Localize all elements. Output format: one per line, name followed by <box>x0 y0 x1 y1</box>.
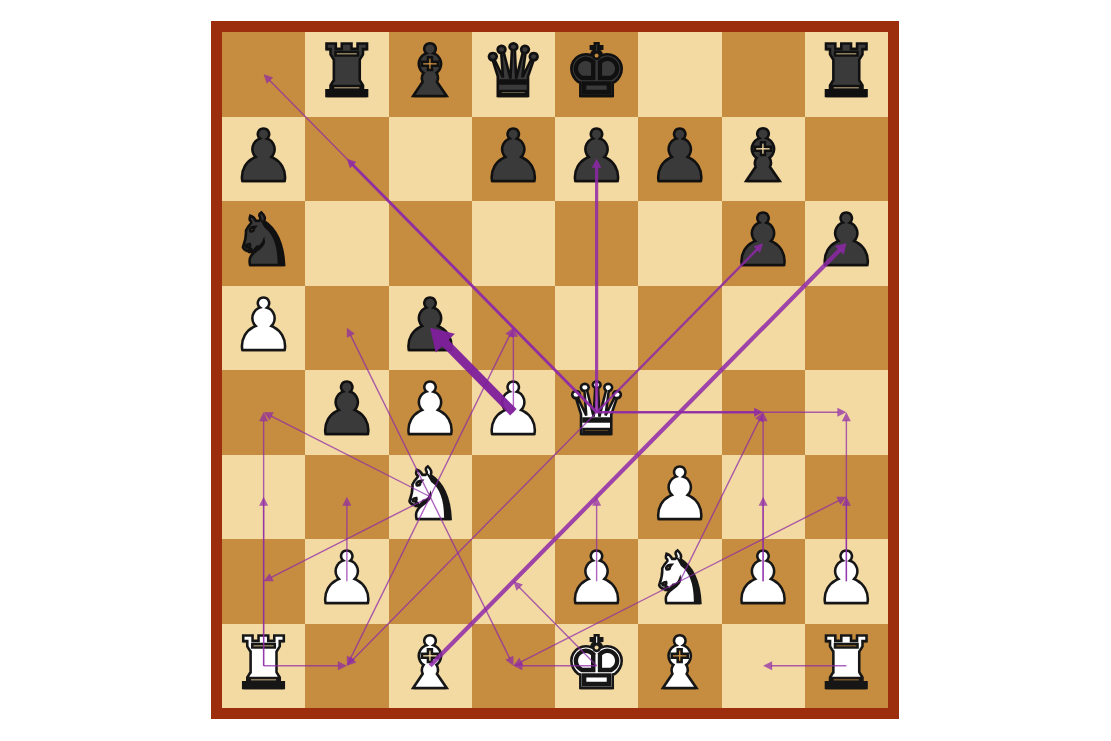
square-b6[interactable] <box>305 201 388 286</box>
square-b2[interactable]: ♟ <box>305 539 388 624</box>
white-pawn[interactable]: ♟ <box>564 542 629 614</box>
square-d8[interactable]: ♛ <box>472 32 555 117</box>
square-f6[interactable] <box>638 201 721 286</box>
square-g5[interactable] <box>722 286 805 371</box>
white-queen[interactable]: ♛ <box>564 373 629 445</box>
square-g8[interactable] <box>722 32 805 117</box>
square-g7[interactable]: ♝ <box>722 117 805 202</box>
square-e6[interactable] <box>555 201 638 286</box>
square-h4[interactable] <box>805 370 888 455</box>
square-c6[interactable] <box>389 201 472 286</box>
black-knight[interactable]: ♞ <box>231 204 296 276</box>
white-king[interactable]: ♚ <box>564 627 629 699</box>
square-a5[interactable]: ♟ <box>222 286 305 371</box>
white-bishop[interactable]: ♝ <box>648 627 713 699</box>
square-g4[interactable] <box>722 370 805 455</box>
square-d6[interactable] <box>472 201 555 286</box>
black-pawn[interactable]: ♟ <box>315 373 380 445</box>
square-e2[interactable]: ♟ <box>555 539 638 624</box>
square-e3[interactable] <box>555 455 638 540</box>
black-pawn[interactable]: ♟ <box>398 289 463 361</box>
black-pawn[interactable]: ♟ <box>648 120 713 192</box>
black-bishop[interactable]: ♝ <box>398 35 463 107</box>
white-pawn[interactable]: ♟ <box>648 458 713 530</box>
white-bishop[interactable]: ♝ <box>398 627 463 699</box>
square-f5[interactable] <box>638 286 721 371</box>
white-pawn[interactable]: ♟ <box>398 373 463 445</box>
square-c5[interactable]: ♟ <box>389 286 472 371</box>
white-rook[interactable]: ♜ <box>814 627 879 699</box>
square-d2[interactable] <box>472 539 555 624</box>
square-a6[interactable]: ♞ <box>222 201 305 286</box>
black-pawn[interactable]: ♟ <box>564 120 629 192</box>
black-bishop[interactable]: ♝ <box>731 120 796 192</box>
black-king[interactable]: ♚ <box>564 35 629 107</box>
square-c1[interactable]: ♝ <box>389 624 472 709</box>
square-a8[interactable] <box>222 32 305 117</box>
white-pawn[interactable]: ♟ <box>231 289 296 361</box>
board-frame: ♜♝♛♚♜♟♟♟♟♝♞♟♟♟♟♟♟♟♛♞♟♟♟♞♟♟♜♝♚♝♜ <box>211 21 899 719</box>
square-h3[interactable] <box>805 455 888 540</box>
white-pawn[interactable]: ♟ <box>481 373 546 445</box>
square-b8[interactable]: ♜ <box>305 32 388 117</box>
square-c8[interactable]: ♝ <box>389 32 472 117</box>
square-h2[interactable]: ♟ <box>805 539 888 624</box>
black-pawn[interactable]: ♟ <box>814 204 879 276</box>
square-c7[interactable] <box>389 117 472 202</box>
square-d7[interactable]: ♟ <box>472 117 555 202</box>
white-pawn[interactable]: ♟ <box>315 542 380 614</box>
square-g1[interactable] <box>722 624 805 709</box>
square-f1[interactable]: ♝ <box>638 624 721 709</box>
black-pawn[interactable]: ♟ <box>731 204 796 276</box>
square-b3[interactable] <box>305 455 388 540</box>
square-g2[interactable]: ♟ <box>722 539 805 624</box>
square-e8[interactable]: ♚ <box>555 32 638 117</box>
white-pawn[interactable]: ♟ <box>731 542 796 614</box>
square-d3[interactable] <box>472 455 555 540</box>
square-f7[interactable]: ♟ <box>638 117 721 202</box>
square-c4[interactable]: ♟ <box>389 370 472 455</box>
square-a7[interactable]: ♟ <box>222 117 305 202</box>
square-g3[interactable] <box>722 455 805 540</box>
square-d5[interactable] <box>472 286 555 371</box>
square-h8[interactable]: ♜ <box>805 32 888 117</box>
square-f3[interactable]: ♟ <box>638 455 721 540</box>
square-c2[interactable] <box>389 539 472 624</box>
square-c3[interactable]: ♞ <box>389 455 472 540</box>
square-e4[interactable]: ♛ <box>555 370 638 455</box>
square-f4[interactable] <box>638 370 721 455</box>
white-rook[interactable]: ♜ <box>231 627 296 699</box>
square-h1[interactable]: ♜ <box>805 624 888 709</box>
square-d1[interactable] <box>472 624 555 709</box>
square-e5[interactable] <box>555 286 638 371</box>
square-a1[interactable]: ♜ <box>222 624 305 709</box>
square-h5[interactable] <box>805 286 888 371</box>
white-pawn[interactable]: ♟ <box>814 542 879 614</box>
square-a2[interactable] <box>222 539 305 624</box>
black-rook[interactable]: ♜ <box>814 35 879 107</box>
chess-board: ♜♝♛♚♜♟♟♟♟♝♞♟♟♟♟♟♟♟♛♞♟♟♟♞♟♟♜♝♚♝♜ <box>222 32 888 708</box>
white-knight[interactable]: ♞ <box>398 458 463 530</box>
square-d4[interactable]: ♟ <box>472 370 555 455</box>
white-knight[interactable]: ♞ <box>648 542 713 614</box>
square-b4[interactable]: ♟ <box>305 370 388 455</box>
square-f2[interactable]: ♞ <box>638 539 721 624</box>
black-queen[interactable]: ♛ <box>481 35 546 107</box>
square-b1[interactable] <box>305 624 388 709</box>
square-e7[interactable]: ♟ <box>555 117 638 202</box>
black-pawn[interactable]: ♟ <box>481 120 546 192</box>
black-rook[interactable]: ♜ <box>315 35 380 107</box>
square-h6[interactable]: ♟ <box>805 201 888 286</box>
square-b7[interactable] <box>305 117 388 202</box>
square-f8[interactable] <box>638 32 721 117</box>
square-e1[interactable]: ♚ <box>555 624 638 709</box>
square-a3[interactable] <box>222 455 305 540</box>
square-b5[interactable] <box>305 286 388 371</box>
square-a4[interactable] <box>222 370 305 455</box>
square-g6[interactable]: ♟ <box>722 201 805 286</box>
square-h7[interactable] <box>805 117 888 202</box>
black-pawn[interactable]: ♟ <box>231 120 296 192</box>
